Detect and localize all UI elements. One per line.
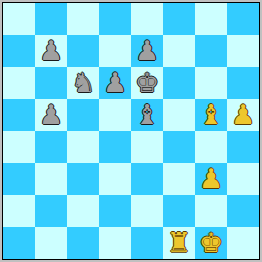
- square-b5[interactable]: ♟: [35, 99, 67, 131]
- square-g1[interactable]: ♚: [195, 227, 227, 259]
- square-h3[interactable]: [227, 163, 259, 195]
- white-king-piece[interactable]: ♚: [199, 227, 223, 259]
- square-b4[interactable]: [35, 131, 67, 163]
- black-pawn-piece[interactable]: ♟: [39, 99, 63, 131]
- square-b1[interactable]: [35, 227, 67, 259]
- square-h5[interactable]: ♟: [227, 99, 259, 131]
- square-a2[interactable]: [3, 195, 35, 227]
- square-e3[interactable]: [131, 163, 163, 195]
- window-frame: ♟♟♞♟♚♟♝♝♟♟♜♚: [0, 0, 262, 262]
- square-a1[interactable]: [3, 227, 35, 259]
- square-b2[interactable]: [35, 195, 67, 227]
- square-a8[interactable]: [3, 3, 35, 35]
- black-bishop-piece[interactable]: ♝: [135, 99, 159, 131]
- square-c1[interactable]: [67, 227, 99, 259]
- square-e6[interactable]: ♚: [131, 67, 163, 99]
- square-d8[interactable]: [99, 3, 131, 35]
- square-e1[interactable]: [131, 227, 163, 259]
- square-f1[interactable]: ♜: [163, 227, 195, 259]
- square-d5[interactable]: [99, 99, 131, 131]
- black-king-piece[interactable]: ♚: [135, 67, 159, 99]
- square-d6[interactable]: ♟: [99, 67, 131, 99]
- square-c2[interactable]: [67, 195, 99, 227]
- square-h4[interactable]: [227, 131, 259, 163]
- square-h1[interactable]: [227, 227, 259, 259]
- square-g5[interactable]: ♝: [195, 99, 227, 131]
- chess-board: ♟♟♞♟♚♟♝♝♟♟♜♚: [2, 2, 260, 260]
- square-d4[interactable]: [99, 131, 131, 163]
- square-d1[interactable]: [99, 227, 131, 259]
- square-e2[interactable]: [131, 195, 163, 227]
- square-e5[interactable]: ♝: [131, 99, 163, 131]
- square-g2[interactable]: [195, 195, 227, 227]
- white-pawn-piece[interactable]: ♟: [199, 163, 223, 195]
- square-d3[interactable]: [99, 163, 131, 195]
- square-b8[interactable]: [35, 3, 67, 35]
- square-a7[interactable]: [3, 35, 35, 67]
- square-g6[interactable]: [195, 67, 227, 99]
- black-pawn-piece[interactable]: ♟: [103, 67, 127, 99]
- square-h6[interactable]: [227, 67, 259, 99]
- white-pawn-piece[interactable]: ♟: [231, 99, 255, 131]
- square-c4[interactable]: [67, 131, 99, 163]
- square-g8[interactable]: [195, 3, 227, 35]
- square-b7[interactable]: ♟: [35, 35, 67, 67]
- square-g7[interactable]: [195, 35, 227, 67]
- square-c7[interactable]: [67, 35, 99, 67]
- white-bishop-piece[interactable]: ♝: [199, 99, 223, 131]
- square-e8[interactable]: [131, 3, 163, 35]
- square-c5[interactable]: [67, 99, 99, 131]
- square-a3[interactable]: [3, 163, 35, 195]
- black-pawn-piece[interactable]: ♟: [135, 35, 159, 67]
- black-pawn-piece[interactable]: ♟: [39, 35, 63, 67]
- square-h8[interactable]: [227, 3, 259, 35]
- black-knight-piece[interactable]: ♞: [71, 67, 95, 99]
- square-h2[interactable]: [227, 195, 259, 227]
- square-g4[interactable]: [195, 131, 227, 163]
- square-d2[interactable]: [99, 195, 131, 227]
- square-b6[interactable]: [35, 67, 67, 99]
- square-f3[interactable]: [163, 163, 195, 195]
- square-c3[interactable]: [67, 163, 99, 195]
- square-f5[interactable]: [163, 99, 195, 131]
- square-f4[interactable]: [163, 131, 195, 163]
- square-c6[interactable]: ♞: [67, 67, 99, 99]
- square-e4[interactable]: [131, 131, 163, 163]
- square-a4[interactable]: [3, 131, 35, 163]
- square-c8[interactable]: [67, 3, 99, 35]
- square-f7[interactable]: [163, 35, 195, 67]
- square-e7[interactable]: ♟: [131, 35, 163, 67]
- square-a6[interactable]: [3, 67, 35, 99]
- white-rook-piece[interactable]: ♜: [167, 227, 191, 259]
- square-g3[interactable]: ♟: [195, 163, 227, 195]
- square-b3[interactable]: [35, 163, 67, 195]
- square-d7[interactable]: [99, 35, 131, 67]
- square-h7[interactable]: [227, 35, 259, 67]
- square-f2[interactable]: [163, 195, 195, 227]
- square-a5[interactable]: [3, 99, 35, 131]
- square-f6[interactable]: [163, 67, 195, 99]
- square-f8[interactable]: [163, 3, 195, 35]
